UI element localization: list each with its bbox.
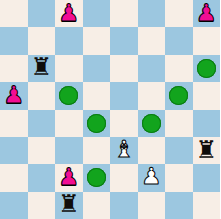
move-hint-dot[interactable] [142,114,161,133]
black-rook-piece[interactable]: ♜ [58,192,80,216]
square-g3[interactable] [165,137,193,164]
square-f5[interactable] [138,82,166,109]
square-c4[interactable] [55,110,83,137]
square-d4[interactable] [83,110,111,137]
pink-pawn-piece[interactable]: ♟ [58,165,80,189]
square-d1[interactable] [83,192,111,219]
square-b8[interactable] [28,0,56,27]
move-hint-dot[interactable] [197,59,216,78]
square-h2[interactable] [193,164,221,191]
square-a4[interactable] [0,110,28,137]
square-g7[interactable] [165,27,193,54]
square-h5[interactable] [193,82,221,109]
square-e4[interactable] [110,110,138,137]
square-d8[interactable] [83,0,111,27]
pink-pawn-piece[interactable]: ♟ [3,83,25,107]
square-f6[interactable] [138,55,166,82]
square-e2[interactable] [110,164,138,191]
square-f4[interactable] [138,110,166,137]
pink-pawn-piece[interactable]: ♟ [58,1,80,25]
move-hint-dot[interactable] [87,114,106,133]
square-a7[interactable] [0,27,28,54]
square-a2[interactable] [0,164,28,191]
square-h3[interactable]: ♜ [193,137,221,164]
square-a5[interactable]: ♟ [0,82,28,109]
square-f2[interactable]: ♟ [138,164,166,191]
square-g5[interactable] [165,82,193,109]
square-b3[interactable] [28,137,56,164]
square-e7[interactable] [110,27,138,54]
square-c2[interactable]: ♟ [55,164,83,191]
square-g2[interactable] [165,164,193,191]
square-f1[interactable] [138,192,166,219]
square-c7[interactable] [55,27,83,54]
square-a1[interactable] [0,192,28,219]
square-b5[interactable] [28,82,56,109]
square-f3[interactable] [138,137,166,164]
square-d3[interactable] [83,137,111,164]
chess-board: ♟♟♜♟♝♜♟♟♜ [0,0,220,219]
square-d2[interactable] [83,164,111,191]
move-hint-dot[interactable] [59,86,78,105]
move-hint-dot[interactable] [169,86,188,105]
square-b2[interactable] [28,164,56,191]
pink-pawn-piece[interactable]: ♟ [195,1,217,25]
square-d7[interactable] [83,27,111,54]
square-g1[interactable] [165,192,193,219]
square-c8[interactable]: ♟ [55,0,83,27]
square-c6[interactable] [55,55,83,82]
square-e6[interactable] [110,55,138,82]
black-rook-piece[interactable]: ♜ [195,138,217,162]
black-rook-piece[interactable]: ♜ [30,55,52,79]
square-f8[interactable] [138,0,166,27]
square-b1[interactable] [28,192,56,219]
square-c1[interactable]: ♜ [55,192,83,219]
square-a6[interactable] [0,55,28,82]
square-f7[interactable] [138,27,166,54]
white-pawn-piece[interactable]: ♟ [141,165,162,188]
square-e8[interactable] [110,0,138,27]
white-bishop-piece[interactable]: ♝ [113,138,134,161]
square-h1[interactable] [193,192,221,219]
square-h4[interactable] [193,110,221,137]
square-h8[interactable]: ♟ [193,0,221,27]
square-a8[interactable] [0,0,28,27]
square-e1[interactable] [110,192,138,219]
square-e5[interactable] [110,82,138,109]
square-g6[interactable] [165,55,193,82]
square-b7[interactable] [28,27,56,54]
square-b4[interactable] [28,110,56,137]
square-d5[interactable] [83,82,111,109]
square-h6[interactable] [193,55,221,82]
square-c5[interactable] [55,82,83,109]
move-hint-dot[interactable] [87,168,106,187]
square-g4[interactable] [165,110,193,137]
square-c3[interactable] [55,137,83,164]
square-a3[interactable] [0,137,28,164]
square-g8[interactable] [165,0,193,27]
square-h7[interactable] [193,27,221,54]
square-b6[interactable]: ♜ [28,55,56,82]
square-d6[interactable] [83,55,111,82]
square-e3[interactable]: ♝ [110,137,138,164]
